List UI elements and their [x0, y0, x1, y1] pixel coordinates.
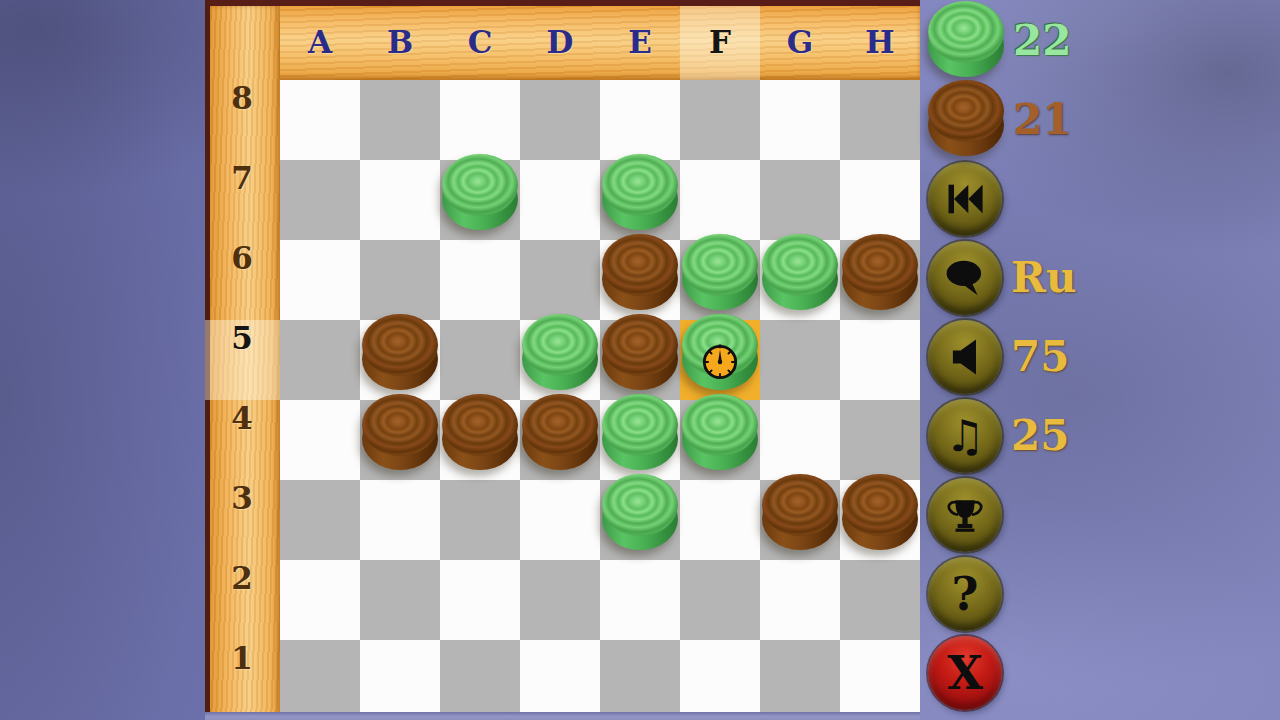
- green-checker-f5[interactable]: [682, 314, 758, 394]
- volume-row: 75: [928, 320, 1076, 394]
- square-h5[interactable]: [840, 320, 920, 400]
- square-g3[interactable]: [760, 480, 840, 560]
- brown-checker-g3[interactable]: [762, 474, 838, 554]
- green-checker-e4[interactable]: [602, 394, 678, 474]
- brown-score-row: 21: [928, 83, 1076, 157]
- square-c6[interactable]: [440, 240, 520, 320]
- music-value: 25: [1011, 399, 1069, 473]
- green-score-value: 22: [1013, 4, 1071, 78]
- square-b5[interactable]: [360, 320, 440, 400]
- square-d5[interactable]: [520, 320, 600, 400]
- square-f1[interactable]: [680, 640, 760, 720]
- sidebar: 22 21 Ru: [928, 4, 1076, 710]
- square-c3[interactable]: [440, 480, 520, 560]
- music-notes-icon: ♫: [945, 414, 984, 458]
- square-h8[interactable]: [840, 80, 920, 160]
- square-e6[interactable]: [600, 240, 680, 320]
- file-label-c: C: [440, 24, 520, 60]
- square-b6[interactable]: [360, 240, 440, 320]
- square-h1[interactable]: [840, 640, 920, 720]
- question-mark-icon: ?: [952, 571, 979, 617]
- square-b3[interactable]: [360, 480, 440, 560]
- window-bottom-edge: [205, 712, 920, 720]
- square-e4[interactable]: [600, 400, 680, 480]
- square-e2[interactable]: [600, 560, 680, 640]
- rank-label-6: 6: [207, 240, 277, 320]
- music-row: ♫ 25: [928, 399, 1076, 473]
- square-d7[interactable]: [520, 160, 600, 240]
- help-row: ?: [928, 557, 1076, 631]
- square-g4[interactable]: [760, 400, 840, 480]
- brown-checker-e6[interactable]: [602, 234, 678, 314]
- volume-value: 75: [1011, 320, 1069, 394]
- square-f3[interactable]: [680, 480, 760, 560]
- square-b4[interactable]: [360, 400, 440, 480]
- rewind-icon: [943, 177, 987, 221]
- brown-checker-icon: [928, 80, 1004, 160]
- square-a3[interactable]: [280, 480, 360, 560]
- square-c1[interactable]: [440, 640, 520, 720]
- green-score-row: 22: [928, 4, 1076, 78]
- green-checker-e3[interactable]: [602, 474, 678, 554]
- square-g8[interactable]: [760, 80, 840, 160]
- brown-score-value: 21: [1013, 83, 1071, 157]
- rank-label-8: 8: [207, 80, 277, 160]
- trophy-button[interactable]: [928, 478, 1002, 552]
- square-h4[interactable]: [840, 400, 920, 480]
- rank-label-1: 1: [207, 640, 277, 720]
- volume-button[interactable]: [928, 320, 1002, 394]
- brown-checker-b5[interactable]: [362, 314, 438, 394]
- square-d1[interactable]: [520, 640, 600, 720]
- close-button[interactable]: X: [928, 636, 1002, 710]
- language-button[interactable]: [928, 241, 1002, 315]
- square-b7[interactable]: [360, 160, 440, 240]
- square-h2[interactable]: [840, 560, 920, 640]
- square-g6[interactable]: [760, 240, 840, 320]
- square-a5[interactable]: [280, 320, 360, 400]
- close-row: X: [928, 636, 1076, 710]
- square-e1[interactable]: [600, 640, 680, 720]
- checkers-game-window: ABCDEFGH 87654321 22 21: [0, 0, 1280, 720]
- square-c4[interactable]: [440, 400, 520, 480]
- square-f6[interactable]: [680, 240, 760, 320]
- file-label-e: E: [600, 24, 680, 60]
- square-g7[interactable]: [760, 160, 840, 240]
- square-a4[interactable]: [280, 400, 360, 480]
- green-checker-d5[interactable]: [522, 314, 598, 394]
- square-b8[interactable]: [360, 80, 440, 160]
- square-b1[interactable]: [360, 640, 440, 720]
- brown-checker-c4[interactable]: [442, 394, 518, 474]
- checkers-board[interactable]: [280, 80, 920, 720]
- file-label-b: B: [360, 24, 440, 60]
- brown-checker-e5[interactable]: [602, 314, 678, 394]
- file-label-h: H: [840, 24, 920, 60]
- square-f4[interactable]: [680, 400, 760, 480]
- square-a6[interactable]: [280, 240, 360, 320]
- square-g2[interactable]: [760, 560, 840, 640]
- rank-label-2: 2: [207, 560, 277, 640]
- file-label-g: G: [760, 24, 840, 60]
- brown-checker-b4[interactable]: [362, 394, 438, 474]
- square-d3[interactable]: [520, 480, 600, 560]
- trophy-row: [928, 478, 1076, 552]
- square-e7[interactable]: [600, 160, 680, 240]
- square-d8[interactable]: [520, 80, 600, 160]
- language-value: Ru: [1011, 241, 1076, 315]
- square-f7[interactable]: [680, 160, 760, 240]
- square-c5[interactable]: [440, 320, 520, 400]
- music-button[interactable]: ♫: [928, 399, 1002, 473]
- turn-clock-icon: [701, 343, 739, 381]
- square-d4[interactable]: [520, 400, 600, 480]
- square-a2[interactable]: [280, 560, 360, 640]
- square-c7[interactable]: [440, 160, 520, 240]
- rank-label-4: 4: [207, 400, 277, 480]
- square-e3[interactable]: [600, 480, 680, 560]
- square-e8[interactable]: [600, 80, 680, 160]
- square-b2[interactable]: [360, 560, 440, 640]
- file-label-f: F: [680, 24, 760, 60]
- rank-label-3: 3: [207, 480, 277, 560]
- brown-checker-d4[interactable]: [522, 394, 598, 474]
- green-checker-icon: [928, 1, 1004, 81]
- square-c8[interactable]: [440, 80, 520, 160]
- speech-bubble-icon: [942, 255, 988, 301]
- help-button[interactable]: ?: [928, 557, 1002, 631]
- green-checker-f6[interactable]: [682, 234, 758, 314]
- square-d2[interactable]: [520, 560, 600, 640]
- square-f5[interactable]: [680, 320, 760, 400]
- brown-checker-h3[interactable]: [842, 474, 918, 554]
- rank-label-7: 7: [207, 160, 277, 240]
- square-h7[interactable]: [840, 160, 920, 240]
- rewind-row: [928, 162, 1076, 236]
- language-row: Ru: [928, 241, 1076, 315]
- green-checker-c7[interactable]: [442, 154, 518, 234]
- square-c2[interactable]: [440, 560, 520, 640]
- speaker-icon: [943, 335, 987, 379]
- rewind-button[interactable]: [928, 162, 1002, 236]
- brown-checker-h6[interactable]: [842, 234, 918, 314]
- square-f8[interactable]: [680, 80, 760, 160]
- square-f2[interactable]: [680, 560, 760, 640]
- square-a7[interactable]: [280, 160, 360, 240]
- green-checker-g6[interactable]: [762, 234, 838, 314]
- close-x-icon: X: [947, 650, 983, 696]
- square-e5[interactable]: [600, 320, 680, 400]
- square-g5[interactable]: [760, 320, 840, 400]
- square-h3[interactable]: [840, 480, 920, 560]
- green-checker-e7[interactable]: [602, 154, 678, 234]
- green-checker-f4[interactable]: [682, 394, 758, 474]
- trophy-icon: [944, 494, 986, 536]
- square-g1[interactable]: [760, 640, 840, 720]
- square-a8[interactable]: [280, 80, 360, 160]
- file-label-a: A: [280, 24, 360, 60]
- file-label-d: D: [520, 24, 600, 60]
- rank-label-5: 5: [207, 320, 277, 400]
- square-a1[interactable]: [280, 640, 360, 720]
- square-h6[interactable]: [840, 240, 920, 320]
- square-d6[interactable]: [520, 240, 600, 320]
